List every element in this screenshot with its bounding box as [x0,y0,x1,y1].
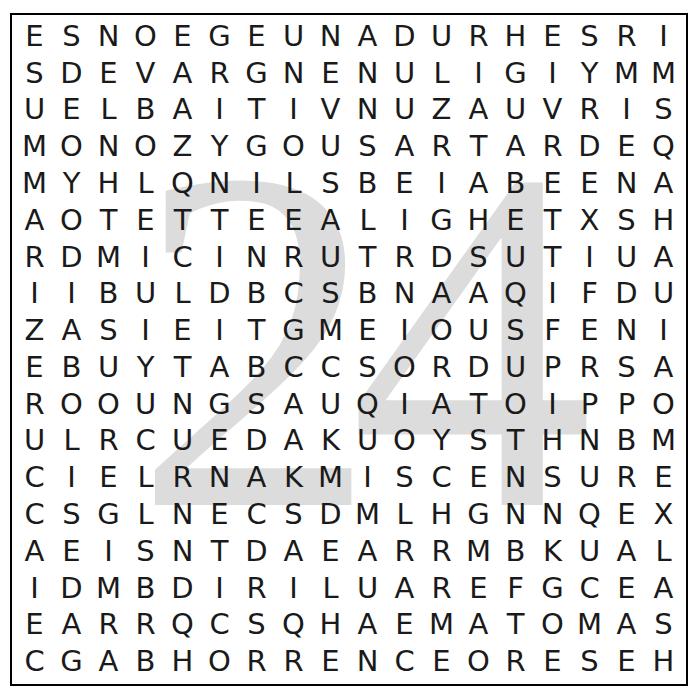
grid-cell[interactable]: R [16,386,53,423]
grid-cell[interactable]: U [312,386,349,423]
grid-cell[interactable]: A [423,386,460,423]
grid-cell[interactable]: H [312,606,349,643]
grid-cell[interactable]: S [349,349,386,386]
grid-cell[interactable]: D [53,55,90,92]
grid-cell[interactable]: P [608,386,645,423]
grid-cell[interactable]: C [127,423,164,460]
grid-cell[interactable]: N [164,533,201,570]
grid-cell[interactable]: I [423,165,460,202]
grid-cell[interactable]: R [608,18,645,55]
grid-cell[interactable]: D [386,18,423,55]
grid-cell[interactable]: L [312,570,349,607]
grid-cell[interactable]: X [571,202,608,239]
grid-cell[interactable]: A [645,165,682,202]
grid-cell[interactable]: N [164,496,201,533]
grid-cell[interactable]: L [53,423,90,460]
grid-cell[interactable]: N [275,55,312,92]
grid-cell[interactable]: R [423,533,460,570]
grid-cell[interactable]: T [90,202,127,239]
grid-cell[interactable]: V [312,92,349,129]
grid-cell[interactable]: G [90,496,127,533]
grid-cell[interactable]: U [127,275,164,312]
grid-cell[interactable]: E [608,570,645,607]
grid-cell[interactable]: I [571,239,608,276]
grid-cell[interactable]: O [53,386,90,423]
grid-cell[interactable]: A [460,165,497,202]
grid-cell[interactable]: D [53,570,90,607]
grid-cell[interactable]: B [608,423,645,460]
grid-cell[interactable]: N [201,459,238,496]
grid-cell[interactable]: F [534,312,571,349]
grid-cell[interactable]: S [645,92,682,129]
grid-cell[interactable]: I [201,312,238,349]
grid-cell[interactable]: C [164,239,201,276]
grid-cell[interactable]: E [645,459,682,496]
grid-cell[interactable]: U [571,533,608,570]
grid-cell[interactable]: C [275,275,312,312]
grid-cell[interactable]: L [423,55,460,92]
grid-cell[interactable]: I [16,275,53,312]
grid-cell[interactable]: I [386,386,423,423]
grid-cell[interactable]: E [16,349,53,386]
grid-cell[interactable]: C [423,459,460,496]
grid-cell[interactable]: R [275,643,312,680]
grid-cell[interactable]: G [460,496,497,533]
grid-cell[interactable]: S [127,533,164,570]
grid-cell[interactable]: G [201,386,238,423]
grid-cell[interactable]: R [16,239,53,276]
grid-cell[interactable]: A [645,570,682,607]
grid-cell[interactable]: R [608,459,645,496]
grid-cell[interactable]: G [423,202,460,239]
grid-cell[interactable]: H [645,202,682,239]
grid-cell[interactable]: M [571,606,608,643]
grid-cell[interactable]: N [201,165,238,202]
grid-cell[interactable]: D [608,275,645,312]
grid-cell[interactable]: T [497,606,534,643]
grid-cell[interactable]: M [16,165,53,202]
grid-cell[interactable]: S [608,349,645,386]
grid-cell[interactable]: E [16,18,53,55]
grid-cell[interactable]: A [608,533,645,570]
grid-cell[interactable]: R [238,643,275,680]
grid-cell[interactable]: D [312,496,349,533]
grid-cell[interactable]: O [423,312,460,349]
grid-cell[interactable]: L [90,92,127,129]
grid-cell[interactable]: I [16,570,53,607]
grid-cell[interactable]: U [386,55,423,92]
grid-cell[interactable]: S [386,459,423,496]
grid-cell[interactable]: A [349,18,386,55]
grid-cell[interactable]: R [238,570,275,607]
grid-cell[interactable]: C [16,643,53,680]
grid-cell[interactable]: I [53,459,90,496]
grid-cell[interactable]: Z [16,312,53,349]
grid-cell[interactable]: Z [164,128,201,165]
grid-cell[interactable]: S [238,606,275,643]
grid-cell[interactable]: A [460,92,497,129]
grid-cell[interactable]: N [386,275,423,312]
grid-cell[interactable]: B [238,349,275,386]
grid-cell[interactable]: A [312,202,349,239]
grid-cell[interactable]: L [275,165,312,202]
grid-cell[interactable]: R [423,128,460,165]
grid-cell[interactable]: Y [53,165,90,202]
grid-cell[interactable]: Y [423,423,460,460]
grid-cell[interactable]: I [275,92,312,129]
grid-cell[interactable]: B [497,533,534,570]
grid-cell[interactable]: E [312,55,349,92]
grid-cell[interactable]: T [497,423,534,460]
grid-cell[interactable]: A [275,423,312,460]
grid-cell[interactable]: A [349,606,386,643]
grid-cell[interactable]: U [312,128,349,165]
grid-cell[interactable]: I [386,202,423,239]
grid-cell[interactable]: U [497,349,534,386]
grid-cell[interactable]: S [571,18,608,55]
grid-cell[interactable]: E [571,165,608,202]
grid-cell[interactable]: N [312,18,349,55]
grid-cell[interactable]: N [349,92,386,129]
grid-cell[interactable]: D [238,423,275,460]
grid-cell[interactable]: A [53,606,90,643]
grid-cell[interactable]: L [127,165,164,202]
grid-cell[interactable]: N [497,496,534,533]
grid-cell[interactable]: M [608,55,645,92]
grid-cell[interactable]: R [164,459,201,496]
grid-cell[interactable]: T [238,312,275,349]
grid-cell[interactable]: O [275,128,312,165]
grid-cell[interactable]: F [497,570,534,607]
grid-cell[interactable]: E [534,18,571,55]
grid-cell[interactable]: E [16,606,53,643]
grid-cell[interactable]: N [164,386,201,423]
grid-cell[interactable]: I [238,165,275,202]
grid-cell[interactable]: E [164,312,201,349]
grid-cell[interactable]: I [645,312,682,349]
grid-cell[interactable]: B [238,275,275,312]
grid-cell[interactable]: C [16,496,53,533]
grid-cell[interactable]: B [127,643,164,680]
grid-cell[interactable]: E [386,606,423,643]
grid-cell[interactable]: Q [164,165,201,202]
grid-cell[interactable]: S [571,643,608,680]
grid-cell[interactable]: N [608,165,645,202]
grid-cell[interactable]: O [386,423,423,460]
grid-cell[interactable]: D [53,239,90,276]
grid-cell[interactable]: S [312,275,349,312]
grid-cell[interactable]: D [423,239,460,276]
grid-cell[interactable]: A [349,533,386,570]
grid-cell[interactable]: M [16,128,53,165]
grid-cell[interactable]: B [349,275,386,312]
grid-cell[interactable]: G [201,18,238,55]
grid-cell[interactable]: Q [497,275,534,312]
grid-cell[interactable]: O [645,386,682,423]
grid-cell[interactable]: L [386,496,423,533]
grid-cell[interactable]: T [460,386,497,423]
grid-cell[interactable]: S [349,128,386,165]
grid-cell[interactable]: E [127,202,164,239]
grid-cell[interactable]: E [386,165,423,202]
grid-cell[interactable]: I [275,570,312,607]
grid-cell[interactable]: N [497,459,534,496]
grid-cell[interactable]: Q [349,386,386,423]
grid-cell[interactable]: Y [571,55,608,92]
grid-cell[interactable]: I [127,312,164,349]
grid-cell[interactable]: A [460,606,497,643]
grid-cell[interactable]: S [16,55,53,92]
grid-cell[interactable]: H [164,643,201,680]
grid-cell[interactable]: B [349,165,386,202]
grid-cell[interactable]: G [534,570,571,607]
grid-cell[interactable]: H [90,165,127,202]
grid-cell[interactable]: A [164,92,201,129]
grid-cell[interactable]: B [127,570,164,607]
grid-cell[interactable]: E [460,570,497,607]
grid-cell[interactable]: E [534,165,571,202]
grid-cell[interactable]: U [16,423,53,460]
grid-cell[interactable]: E [312,533,349,570]
grid-cell[interactable]: U [275,18,312,55]
grid-cell[interactable]: S [497,312,534,349]
grid-cell[interactable]: R [386,533,423,570]
grid-cell[interactable]: S [608,202,645,239]
grid-cell[interactable]: B [127,92,164,129]
grid-cell[interactable]: A [608,606,645,643]
grid-cell[interactable]: C [238,496,275,533]
grid-cell[interactable]: U [645,275,682,312]
grid-cell[interactable]: A [53,312,90,349]
grid-cell[interactable]: A [497,128,534,165]
grid-cell[interactable]: R [127,606,164,643]
grid-cell[interactable]: S [312,165,349,202]
grid-cell[interactable]: K [534,533,571,570]
grid-cell[interactable]: U [497,239,534,276]
grid-cell[interactable]: R [571,349,608,386]
grid-cell[interactable]: M [312,312,349,349]
grid-cell[interactable]: V [127,55,164,92]
grid-cell[interactable]: D [164,570,201,607]
grid-cell[interactable]: I [534,386,571,423]
grid-cell[interactable]: N [90,128,127,165]
grid-cell[interactable]: M [312,459,349,496]
grid-cell[interactable]: U [497,92,534,129]
grid-cell[interactable]: S [645,606,682,643]
grid-cell[interactable]: H [645,643,682,680]
grid-cell[interactable]: A [645,239,682,276]
grid-cell[interactable]: A [90,643,127,680]
grid-cell[interactable]: E [90,459,127,496]
grid-cell[interactable]: T [201,533,238,570]
grid-cell[interactable]: L [127,459,164,496]
grid-cell[interactable]: T [238,92,275,129]
grid-cell[interactable]: A [16,533,53,570]
grid-cell[interactable]: N [238,239,275,276]
grid-cell[interactable]: A [460,275,497,312]
grid-cell[interactable]: S [53,18,90,55]
grid-cell[interactable]: I [534,275,571,312]
grid-cell[interactable]: U [90,349,127,386]
grid-cell[interactable]: B [497,165,534,202]
grid-cell[interactable]: U [571,459,608,496]
grid-cell[interactable]: Q [275,606,312,643]
grid-cell[interactable]: E [571,312,608,349]
grid-cell[interactable]: O [127,18,164,55]
grid-cell[interactable]: D [571,128,608,165]
grid-cell[interactable]: U [349,423,386,460]
grid-cell[interactable]: N [571,423,608,460]
grid-cell[interactable]: B [90,275,127,312]
grid-cell[interactable]: S [238,386,275,423]
grid-cell[interactable]: A [275,533,312,570]
grid-cell[interactable]: O [460,643,497,680]
grid-cell[interactable]: T [534,239,571,276]
grid-cell[interactable]: P [571,386,608,423]
grid-cell[interactable]: M [645,423,682,460]
grid-cell[interactable]: H [460,202,497,239]
grid-cell[interactable]: O [127,128,164,165]
grid-cell[interactable]: M [90,570,127,607]
grid-cell[interactable]: U [608,239,645,276]
grid-cell[interactable]: L [645,533,682,570]
grid-cell[interactable]: Y [201,128,238,165]
grid-cell[interactable]: R [90,423,127,460]
grid-cell[interactable]: M [460,533,497,570]
grid-cell[interactable]: C [275,349,312,386]
grid-cell[interactable]: U [349,570,386,607]
grid-cell[interactable]: U [386,92,423,129]
grid-cell[interactable]: R [571,92,608,129]
grid-cell[interactable]: K [312,423,349,460]
grid-cell[interactable]: R [534,128,571,165]
grid-cell[interactable]: Q [645,128,682,165]
grid-cell[interactable]: E [349,312,386,349]
grid-cell[interactable]: G [238,55,275,92]
grid-cell[interactable]: N [349,55,386,92]
grid-cell[interactable]: G [275,312,312,349]
grid-cell[interactable]: E [238,18,275,55]
grid-cell[interactable]: S [534,459,571,496]
grid-cell[interactable]: I [201,570,238,607]
grid-cell[interactable]: I [386,312,423,349]
grid-cell[interactable]: O [53,128,90,165]
grid-cell[interactable]: T [164,202,201,239]
grid-cell[interactable]: U [460,312,497,349]
grid-cell[interactable]: M [423,606,460,643]
grid-cell[interactable]: N [349,643,386,680]
grid-cell[interactable]: O [497,386,534,423]
grid-cell[interactable]: A [16,202,53,239]
grid-cell[interactable]: T [201,202,238,239]
grid-cell[interactable]: R [497,643,534,680]
grid-cell[interactable]: E [534,643,571,680]
grid-cell[interactable]: U [127,386,164,423]
grid-cell[interactable]: H [423,496,460,533]
grid-cell[interactable]: O [90,386,127,423]
grid-cell[interactable]: Q [571,496,608,533]
grid-cell[interactable]: E [423,643,460,680]
grid-cell[interactable]: E [164,18,201,55]
grid-cell[interactable]: Y [127,349,164,386]
grid-cell[interactable]: M [90,239,127,276]
grid-cell[interactable]: O [201,643,238,680]
grid-cell[interactable]: A [201,349,238,386]
grid-cell[interactable]: A [164,55,201,92]
grid-cell[interactable]: P [534,349,571,386]
grid-cell[interactable]: F [571,275,608,312]
grid-cell[interactable]: H [534,423,571,460]
grid-cell[interactable]: I [608,92,645,129]
grid-cell[interactable]: L [127,496,164,533]
grid-cell[interactable]: G [497,55,534,92]
grid-cell[interactable]: R [423,570,460,607]
grid-cell[interactable]: T [349,239,386,276]
grid-cell[interactable]: R [460,18,497,55]
grid-cell[interactable]: E [238,202,275,239]
grid-cell[interactable]: C [201,606,238,643]
grid-cell[interactable]: C [571,570,608,607]
grid-cell[interactable]: I [201,92,238,129]
grid-cell[interactable]: M [349,496,386,533]
grid-cell[interactable]: E [53,533,90,570]
grid-cell[interactable]: K [275,459,312,496]
grid-cell[interactable]: V [534,92,571,129]
grid-cell[interactable]: I [349,459,386,496]
grid-cell[interactable]: I [201,239,238,276]
grid-cell[interactable]: N [90,18,127,55]
grid-cell[interactable]: E [497,202,534,239]
grid-cell[interactable]: O [386,349,423,386]
grid-cell[interactable]: D [238,533,275,570]
grid-cell[interactable]: T [164,349,201,386]
grid-cell[interactable]: H [497,18,534,55]
grid-cell[interactable]: I [645,18,682,55]
grid-cell[interactable]: O [53,202,90,239]
grid-cell[interactable]: A [386,128,423,165]
grid-cell[interactable]: D [460,349,497,386]
grid-cell[interactable]: O [534,606,571,643]
grid-cell[interactable]: T [534,202,571,239]
grid-cell[interactable]: U [164,423,201,460]
grid-cell[interactable]: C [386,643,423,680]
grid-cell[interactable]: R [90,606,127,643]
grid-cell[interactable]: I [90,533,127,570]
grid-cell[interactable]: T [460,128,497,165]
grid-cell[interactable]: E [275,202,312,239]
grid-cell[interactable]: N [608,312,645,349]
grid-cell[interactable]: D [201,275,238,312]
grid-cell[interactable]: S [275,496,312,533]
grid-cell[interactable]: S [460,423,497,460]
grid-cell[interactable]: I [127,239,164,276]
grid-cell[interactable]: E [608,496,645,533]
grid-cell[interactable]: E [53,92,90,129]
grid-cell[interactable]: A [645,349,682,386]
grid-cell[interactable]: G [238,128,275,165]
grid-cell[interactable]: I [53,275,90,312]
grid-cell[interactable]: A [423,275,460,312]
grid-cell[interactable]: Z [423,92,460,129]
grid-cell[interactable]: A [238,459,275,496]
grid-cell[interactable]: U [312,239,349,276]
grid-cell[interactable]: G [53,643,90,680]
grid-cell[interactable]: I [534,55,571,92]
grid-cell[interactable]: E [201,496,238,533]
grid-cell[interactable]: S [460,239,497,276]
grid-cell[interactable]: I [460,55,497,92]
grid-cell[interactable]: X [645,496,682,533]
